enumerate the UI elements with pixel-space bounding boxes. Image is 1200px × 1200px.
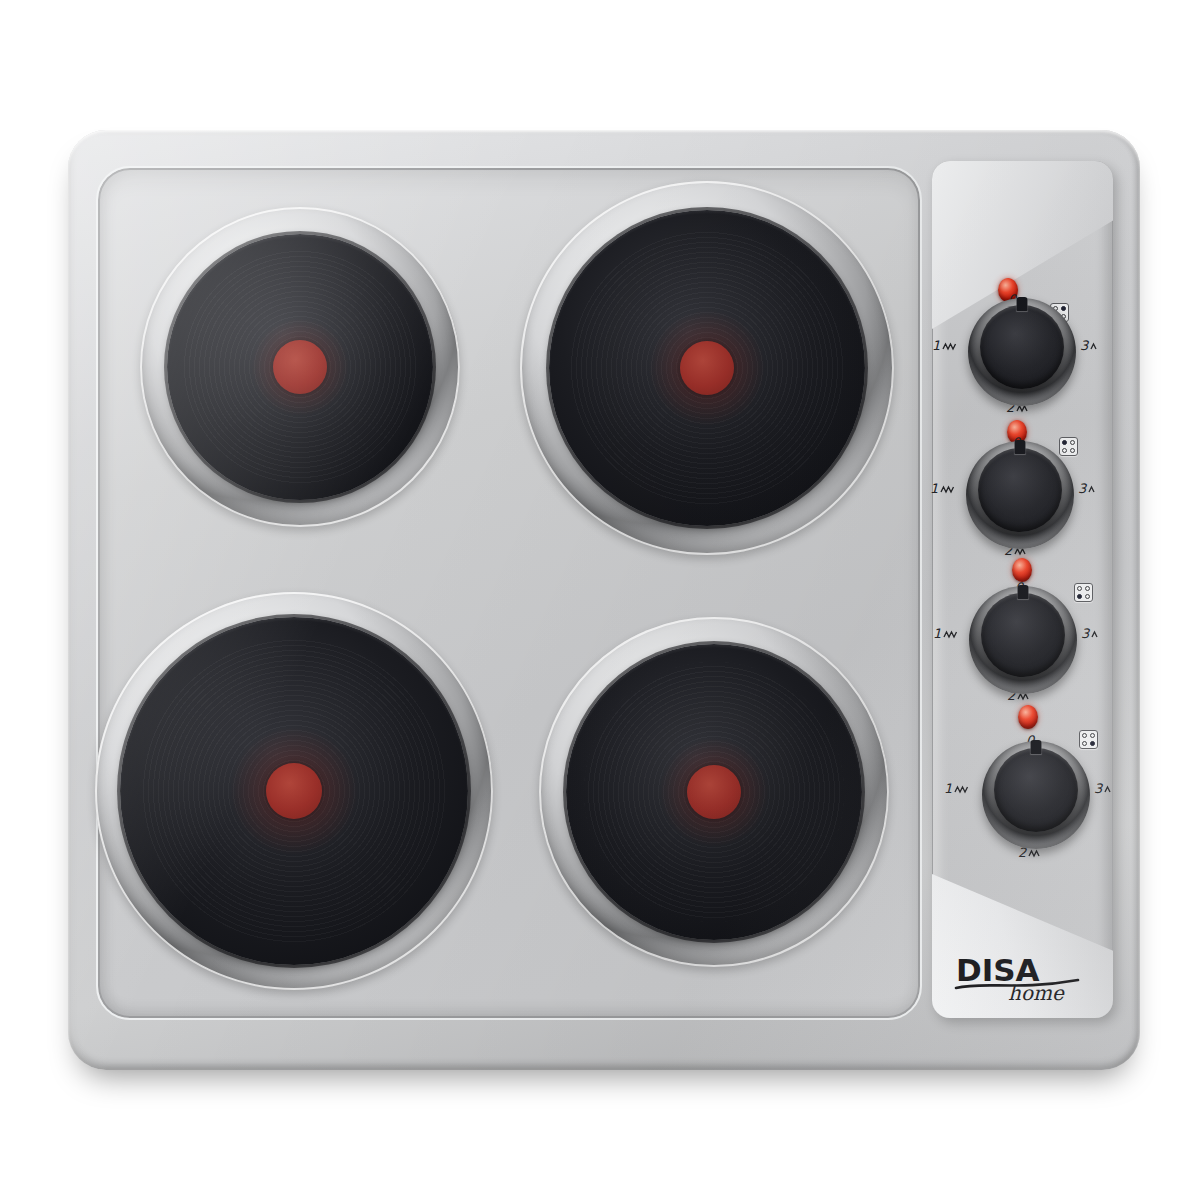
knob-face [994, 748, 1078, 832]
hotplate-bottom-right [539, 617, 889, 967]
burner-dot-active [1077, 594, 1082, 599]
burner-position-icon [1074, 583, 1093, 602]
hotplate-top-left [140, 207, 460, 527]
burner-dot [1077, 586, 1082, 591]
indicator-light-icon [1018, 705, 1038, 729]
burner-dot [1070, 440, 1075, 445]
burner-position-icon [1079, 730, 1098, 749]
knob-pointer-icon [1017, 297, 1028, 311]
control-knob-3[interactable] [969, 586, 1077, 694]
indicator-light-icon [1012, 558, 1032, 582]
hotplate-center-dot [273, 340, 327, 394]
knob-pointer-icon [1031, 740, 1042, 754]
knob-setting-label-high: 3 [1094, 781, 1112, 796]
burner-dot [1062, 448, 1067, 453]
hotplate-surface [566, 644, 862, 940]
hotplate-center-dot [687, 765, 741, 819]
hotplate-top-right [520, 181, 894, 555]
knob-face [980, 305, 1064, 389]
hotplate-center-dot [680, 341, 734, 395]
burner-position-icon [1059, 437, 1078, 456]
knob-setting-label-low: 1 [933, 626, 959, 641]
burner-dot [1070, 448, 1075, 453]
hotplate-bottom-left [95, 592, 493, 990]
control-knob-1[interactable] [968, 298, 1076, 406]
knob-setting-label-low: 1 [930, 481, 956, 496]
knob-setting-label-high: 3 [1080, 338, 1098, 353]
burner-dot [1085, 594, 1090, 599]
brand-sub-name: home [1008, 981, 1064, 1005]
knob-setting-label-high: 3 [1078, 481, 1096, 496]
knob-setting-label-high: 3 [1081, 626, 1099, 641]
hotplate-surface [120, 617, 468, 965]
hotplate-surface [167, 234, 433, 500]
burner-dot [1082, 741, 1087, 746]
control-knob-4[interactable] [982, 741, 1090, 849]
knob-pointer-icon [1018, 585, 1029, 599]
brand-logo: DISA home [956, 956, 1088, 1008]
hotplate-surface [549, 210, 865, 526]
burner-dot-active [1062, 440, 1067, 445]
knob-setting-label-low: 1 [932, 338, 958, 353]
burner-dot [1090, 733, 1095, 738]
knob-face [978, 448, 1062, 532]
burner-dot [1085, 586, 1090, 591]
control-knob-2[interactable] [966, 441, 1074, 549]
knob-setting-label-low: 1 [944, 781, 970, 796]
hotplate-center-dot [266, 763, 322, 819]
product-photo: 0 1 3 2 0 1 3 2 [0, 0, 1200, 1200]
burner-dot [1082, 733, 1087, 738]
knob-pointer-icon [1015, 440, 1026, 454]
knob-face [981, 593, 1065, 677]
burner-dot-active [1061, 306, 1066, 311]
burner-dot-active [1090, 741, 1095, 746]
